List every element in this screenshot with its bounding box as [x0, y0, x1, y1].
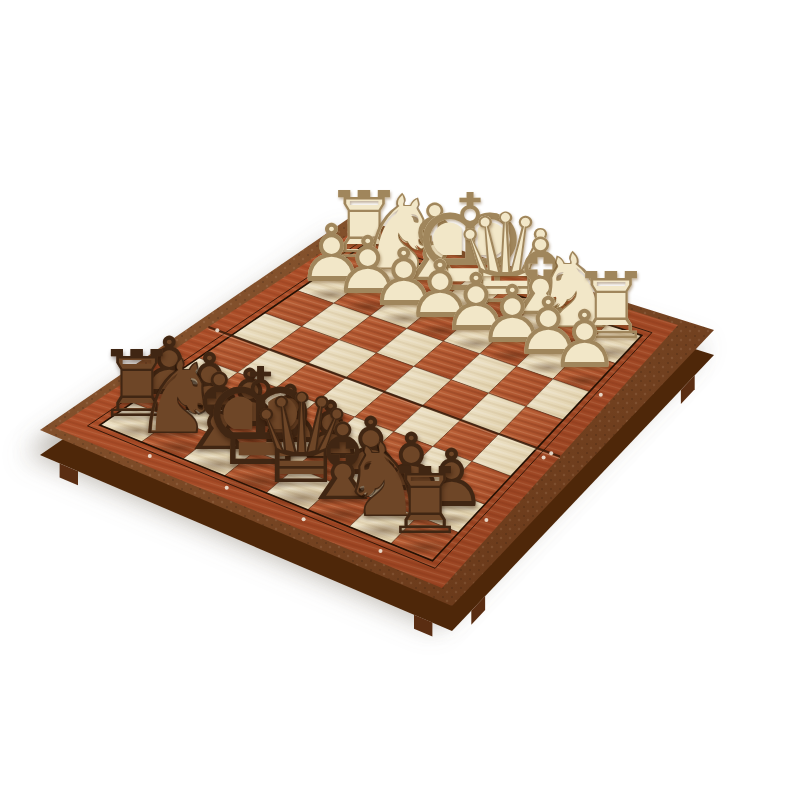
piece-glyph-outline: ♖	[384, 456, 466, 548]
screw-dot	[215, 328, 219, 332]
piece-white-pawn-a2[interactable]: ♟♙	[549, 300, 621, 380]
piece-glyph-outline: ♙	[549, 300, 621, 380]
chess-set-product-photo: ♜♖♞♘♝♗♚♔♛♕♝♗♞♘♜♖♟♙♟♙♟♙♟♙♟♙♟♙♟♙♟♙♟♙♟♙♟♙♟♙…	[0, 0, 800, 800]
screw-dot	[549, 451, 553, 455]
screw-dot	[542, 455, 546, 459]
piece-black-rook-a8[interactable]: ♜♖	[384, 456, 466, 548]
screw-dot	[379, 549, 383, 553]
screw-dot	[599, 393, 603, 397]
